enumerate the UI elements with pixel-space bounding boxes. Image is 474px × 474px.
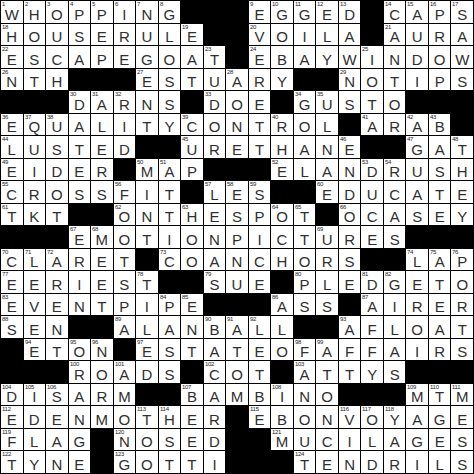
cell[interactable]: E	[24, 271, 46, 293]
cell[interactable]: E	[429, 294, 451, 316]
cell[interactable]: I	[69, 271, 91, 293]
cell[interactable]: A	[429, 316, 451, 338]
cell[interactable]: I	[406, 339, 428, 361]
cell[interactable]: O	[24, 24, 46, 46]
cell[interactable]: 85E	[181, 294, 203, 316]
cell[interactable]: T	[24, 69, 46, 91]
cell[interactable]: 56F	[114, 181, 136, 203]
cell[interactable]: U	[406, 24, 428, 46]
cell[interactable]: D	[361, 451, 383, 473]
cell[interactable]: A	[384, 204, 406, 226]
cell[interactable]: 2H	[24, 1, 46, 23]
cell[interactable]: A	[181, 46, 203, 68]
cell[interactable]: 119F	[1, 429, 23, 451]
cell[interactable]: R	[429, 339, 451, 361]
cell[interactable]: 52E	[271, 159, 293, 181]
cell[interactable]: 69U	[316, 226, 338, 248]
cell[interactable]: R	[114, 24, 136, 46]
cell[interactable]: N	[69, 294, 91, 316]
cell[interactable]: H	[46, 69, 68, 91]
cell[interactable]: R	[384, 451, 406, 473]
cell[interactable]: A	[429, 136, 451, 158]
cell[interactable]: O	[181, 249, 203, 271]
cell[interactable]: T	[181, 69, 203, 91]
cell[interactable]: N	[316, 406, 338, 428]
cell[interactable]: Y	[451, 204, 473, 226]
cell[interactable]: 53D	[361, 159, 383, 181]
cell[interactable]: E	[249, 339, 271, 361]
cell[interactable]: P	[181, 159, 203, 181]
cell[interactable]: U	[46, 24, 68, 46]
cell[interactable]: 21A	[384, 24, 406, 46]
cell[interactable]: 16P	[429, 1, 451, 23]
cell[interactable]: M	[226, 384, 248, 406]
cell[interactable]: R	[69, 249, 91, 271]
cell[interactable]: 120N	[114, 429, 136, 451]
cell[interactable]: 12E	[316, 1, 338, 23]
cell[interactable]: 75A	[429, 249, 451, 271]
cell[interactable]: 55C	[1, 181, 23, 203]
cell[interactable]: 79S	[204, 271, 226, 293]
cell[interactable]: N	[316, 136, 338, 158]
cell[interactable]: N	[226, 249, 248, 271]
cell[interactable]: 43B	[429, 114, 451, 136]
cell[interactable]: 68M	[91, 226, 113, 248]
cell[interactable]: O	[316, 384, 338, 406]
cell[interactable]: O	[159, 46, 181, 68]
cell[interactable]: 9E	[249, 1, 271, 23]
cell[interactable]: 123G	[114, 451, 136, 473]
cell[interactable]: N	[46, 451, 68, 473]
cell[interactable]: O	[91, 361, 113, 383]
cell[interactable]: E	[316, 451, 338, 473]
cell[interactable]: G	[406, 429, 428, 451]
cell[interactable]: I	[249, 226, 271, 248]
cell[interactable]: S	[159, 361, 181, 383]
cell[interactable]: 104D	[1, 384, 23, 406]
cell[interactable]: 15A	[406, 1, 428, 23]
cell[interactable]: S	[46, 136, 68, 158]
cell[interactable]: 19E	[181, 24, 203, 46]
cell[interactable]: U	[24, 136, 46, 158]
cell[interactable]: 5P	[91, 1, 113, 23]
cell[interactable]: 4P	[69, 1, 91, 23]
cell[interactable]: I	[114, 114, 136, 136]
cell[interactable]: 109M	[406, 384, 428, 406]
cell[interactable]: 121M	[271, 429, 293, 451]
cell[interactable]: 13D	[339, 1, 361, 23]
cell[interactable]: 17S	[451, 1, 473, 23]
cell[interactable]: 38U	[46, 114, 68, 136]
cell[interactable]: N	[69, 406, 91, 428]
cell[interactable]: 6I	[114, 1, 136, 23]
cell[interactable]: 7N	[136, 1, 158, 23]
cell[interactable]: E	[91, 24, 113, 46]
cell[interactable]: 66O	[339, 204, 361, 226]
cell[interactable]: 40R	[271, 114, 293, 136]
cell[interactable]: R	[316, 249, 338, 271]
cell[interactable]: 22E	[1, 46, 23, 68]
cell[interactable]: H	[271, 249, 293, 271]
cell[interactable]: D	[204, 429, 226, 451]
cell[interactable]: O	[226, 361, 248, 383]
cell[interactable]: 122T	[1, 451, 23, 473]
cell[interactable]: N	[136, 91, 158, 113]
cell[interactable]: 81D	[361, 271, 383, 293]
cell[interactable]: W	[451, 46, 473, 68]
cell[interactable]: O	[114, 406, 136, 428]
cell[interactable]: R	[384, 114, 406, 136]
cell[interactable]: I	[204, 451, 226, 473]
cell[interactable]: O	[204, 114, 226, 136]
cell[interactable]: K	[24, 204, 46, 226]
cell[interactable]: N	[339, 159, 361, 181]
cell[interactable]: B	[271, 46, 293, 68]
cell[interactable]: 113T	[136, 406, 158, 428]
cell[interactable]: S	[451, 339, 473, 361]
cell[interactable]: A	[316, 159, 338, 181]
cell[interactable]: 70C	[1, 249, 23, 271]
cell[interactable]: G	[136, 46, 158, 68]
cell[interactable]: C	[271, 226, 293, 248]
cell[interactable]: 24E	[249, 46, 271, 68]
cell[interactable]: S	[114, 271, 136, 293]
cell[interactable]: A	[406, 406, 428, 428]
cell[interactable]: S	[294, 294, 316, 316]
cell[interactable]: 76P	[451, 249, 473, 271]
cell[interactable]: 30D	[69, 91, 91, 113]
cell[interactable]: 101A	[114, 361, 136, 383]
cell[interactable]: O	[181, 226, 203, 248]
cell[interactable]: L	[361, 429, 383, 451]
cell[interactable]: 82G	[384, 271, 406, 293]
cell[interactable]: E	[91, 136, 113, 158]
cell[interactable]: 50M	[136, 159, 158, 181]
cell[interactable]: P	[429, 69, 451, 91]
cell[interactable]: 32R	[114, 91, 136, 113]
cell[interactable]: 29N	[339, 69, 361, 91]
cell[interactable]: 26N	[1, 69, 23, 91]
cell[interactable]: O	[136, 451, 158, 473]
cell[interactable]: E	[114, 46, 136, 68]
cell[interactable]: O	[271, 339, 293, 361]
cell[interactable]: E	[429, 204, 451, 226]
cell[interactable]: O	[226, 91, 248, 113]
cell[interactable]: 34G	[294, 91, 316, 113]
cell[interactable]: O	[361, 69, 383, 91]
cell[interactable]: 94E	[24, 339, 46, 361]
cell[interactable]: L	[384, 316, 406, 338]
cell[interactable]: L	[429, 451, 451, 473]
cell[interactable]: E	[249, 271, 271, 293]
cell[interactable]: B	[271, 406, 293, 428]
cell[interactable]: F	[361, 339, 383, 361]
cell[interactable]: 103A	[294, 361, 316, 383]
cell[interactable]: 11G	[294, 1, 316, 23]
cell[interactable]: 27E	[136, 69, 158, 91]
cell[interactable]: S	[451, 69, 473, 91]
cell[interactable]: D	[114, 136, 136, 158]
cell[interactable]: U	[136, 24, 158, 46]
cell[interactable]: 91A	[226, 316, 248, 338]
cell[interactable]: B	[249, 384, 271, 406]
cell[interactable]: Y	[316, 46, 338, 68]
cell[interactable]: 57L	[204, 181, 226, 203]
cell[interactable]: 110T	[429, 384, 451, 406]
cell[interactable]: 1W	[1, 1, 23, 23]
cell[interactable]: S	[384, 361, 406, 383]
cell[interactable]: T	[429, 181, 451, 203]
cell[interactable]: G	[429, 406, 451, 428]
cell[interactable]: T	[226, 339, 248, 361]
cell[interactable]: A	[46, 429, 68, 451]
cell[interactable]: 51A	[159, 159, 181, 181]
cell[interactable]: 42A	[406, 114, 428, 136]
cell[interactable]: A	[204, 384, 226, 406]
cell[interactable]: A	[204, 339, 226, 361]
cell[interactable]: V	[24, 294, 46, 316]
cell[interactable]: T	[451, 316, 473, 338]
cell[interactable]: I	[136, 294, 158, 316]
cell[interactable]: S	[384, 226, 406, 248]
cell[interactable]: O	[294, 114, 316, 136]
cell[interactable]: A	[159, 316, 181, 338]
cell[interactable]: 63H	[181, 204, 203, 226]
cell[interactable]: E	[46, 294, 68, 316]
cell[interactable]: S	[226, 204, 248, 226]
cell[interactable]: R	[451, 294, 473, 316]
cell[interactable]: E	[181, 429, 203, 451]
cell[interactable]: N	[204, 226, 226, 248]
cell[interactable]: E	[226, 136, 248, 158]
cell[interactable]: 64O	[271, 204, 293, 226]
cell[interactable]: U	[294, 429, 316, 451]
cell[interactable]: N	[46, 316, 68, 338]
cell[interactable]: 3O	[46, 1, 68, 23]
cell[interactable]: 108I	[271, 384, 293, 406]
cell[interactable]: E	[339, 271, 361, 293]
cell[interactable]: T	[159, 451, 181, 473]
cell[interactable]: O	[271, 24, 293, 46]
cell[interactable]: T	[159, 204, 181, 226]
cell[interactable]: I	[136, 181, 158, 203]
cell[interactable]: 111M	[451, 384, 473, 406]
cell[interactable]: 28A	[226, 69, 248, 91]
cell[interactable]: 100R	[69, 361, 91, 383]
cell[interactable]: I	[294, 24, 316, 46]
cell[interactable]: T	[114, 249, 136, 271]
cell[interactable]: E	[451, 406, 473, 428]
cell[interactable]: R	[429, 24, 451, 46]
cell[interactable]: 65T	[294, 204, 316, 226]
cell[interactable]: 84P	[159, 294, 181, 316]
cell[interactable]: H	[451, 159, 473, 181]
cell[interactable]: T	[136, 114, 158, 136]
cell[interactable]: 47G	[406, 136, 428, 158]
cell[interactable]: 23T	[204, 46, 226, 68]
cell[interactable]: 86A	[271, 294, 293, 316]
cell[interactable]: E	[429, 429, 451, 451]
cell[interactable]: A	[294, 46, 316, 68]
cell[interactable]: U	[406, 159, 428, 181]
cell[interactable]: O	[406, 316, 428, 338]
cell[interactable]: S	[451, 429, 473, 451]
cell[interactable]: L	[316, 271, 338, 293]
cell[interactable]: I	[24, 159, 46, 181]
cell[interactable]: 88S	[1, 316, 23, 338]
cell[interactable]: N	[181, 316, 203, 338]
cell[interactable]: T	[69, 136, 91, 158]
cell[interactable]: 77E	[1, 271, 23, 293]
cell[interactable]: 98F	[294, 339, 316, 361]
cell[interactable]: O	[294, 249, 316, 271]
cell[interactable]: E	[69, 451, 91, 473]
cell[interactable]: F	[339, 339, 361, 361]
cell[interactable]: 60E	[316, 181, 338, 203]
cell[interactable]: 35U	[316, 91, 338, 113]
cell[interactable]: T	[384, 69, 406, 91]
cell[interactable]: C	[249, 249, 271, 271]
cell[interactable]: P	[249, 204, 271, 226]
cell[interactable]: E	[249, 91, 271, 113]
cell[interactable]: A	[384, 339, 406, 361]
cell[interactable]: C	[46, 46, 68, 68]
cell[interactable]: 97E	[136, 339, 158, 361]
cell[interactable]: 114H	[159, 406, 181, 428]
cell[interactable]: S	[159, 69, 181, 91]
cell[interactable]: I	[406, 451, 428, 473]
cell[interactable]: I	[406, 69, 428, 91]
cell[interactable]: T	[46, 204, 68, 226]
cell[interactable]: 59S	[249, 181, 271, 203]
cell[interactable]: 33D	[204, 91, 226, 113]
cell[interactable]: T	[361, 91, 383, 113]
cell[interactable]: S	[91, 181, 113, 203]
cell[interactable]: 14C	[384, 1, 406, 23]
cell[interactable]: T	[91, 294, 113, 316]
cell[interactable]: E	[181, 406, 203, 428]
cell[interactable]: 71L	[24, 249, 46, 271]
cell[interactable]: A	[69, 384, 91, 406]
cell[interactable]: E	[361, 226, 383, 248]
cell[interactable]: I	[339, 429, 361, 451]
cell[interactable]: C	[384, 181, 406, 203]
cell[interactable]: U	[204, 69, 226, 91]
cell[interactable]: 115E	[249, 406, 271, 428]
cell[interactable]: 105I	[24, 384, 46, 406]
cell[interactable]: S	[69, 181, 91, 203]
cell[interactable]: E	[69, 159, 91, 181]
cell[interactable]: W	[339, 46, 361, 68]
cell[interactable]: 58E	[226, 181, 248, 203]
cell[interactable]: 124T	[294, 451, 316, 473]
cell[interactable]: O	[46, 181, 68, 203]
cell[interactable]: O	[451, 271, 473, 293]
cell[interactable]: 48T	[451, 136, 473, 158]
cell[interactable]: 73C	[159, 249, 181, 271]
cell[interactable]: H	[271, 136, 293, 158]
cell[interactable]: U	[226, 271, 248, 293]
cell[interactable]: R	[339, 226, 361, 248]
cell[interactable]: T	[46, 339, 68, 361]
cell[interactable]: R	[249, 69, 271, 91]
cell[interactable]: T	[429, 271, 451, 293]
cell[interactable]: F	[361, 316, 383, 338]
cell[interactable]: 112E	[1, 406, 23, 428]
cell[interactable]: L	[271, 316, 293, 338]
cell[interactable]: C	[361, 204, 383, 226]
cell[interactable]: 83E	[1, 294, 23, 316]
cell[interactable]: A	[384, 429, 406, 451]
cell[interactable]: L	[316, 114, 338, 136]
cell[interactable]: R	[91, 384, 113, 406]
cell[interactable]: A	[339, 24, 361, 46]
cell[interactable]: T	[136, 226, 158, 248]
cell[interactable]: E	[46, 406, 68, 428]
cell[interactable]: 74L	[406, 249, 428, 271]
cell[interactable]: 99A	[316, 339, 338, 361]
cell[interactable]: L	[316, 24, 338, 46]
cell[interactable]: P	[114, 294, 136, 316]
cell[interactable]: S	[159, 91, 181, 113]
cell[interactable]: A	[294, 136, 316, 158]
cell[interactable]: S	[339, 249, 361, 271]
cell[interactable]: T	[249, 136, 271, 158]
cell[interactable]: 106S	[46, 384, 68, 406]
cell[interactable]: D	[406, 46, 428, 68]
cell[interactable]: A	[406, 181, 428, 203]
cell[interactable]: 61T	[1, 204, 23, 226]
cell[interactable]: T	[294, 226, 316, 248]
cell[interactable]: P	[91, 46, 113, 68]
cell[interactable]: 37Q	[24, 114, 46, 136]
cell[interactable]: L	[24, 429, 46, 451]
cell[interactable]: A	[69, 114, 91, 136]
cell[interactable]: A	[204, 249, 226, 271]
cell[interactable]: S	[406, 204, 428, 226]
cell[interactable]: S	[429, 159, 451, 181]
cell[interactable]: Y	[24, 451, 46, 473]
cell[interactable]: 80P	[294, 271, 316, 293]
cell[interactable]: 90B	[204, 316, 226, 338]
cell[interactable]: 45U	[181, 136, 203, 158]
cell[interactable]: 39C	[181, 114, 203, 136]
cell[interactable]: 117O	[361, 406, 383, 428]
cell[interactable]: S	[451, 451, 473, 473]
cell[interactable]: 95O	[69, 339, 91, 361]
cell[interactable]: N	[136, 204, 158, 226]
cell[interactable]: S	[159, 339, 181, 361]
cell[interactable]: O	[384, 91, 406, 113]
cell[interactable]: T	[249, 114, 271, 136]
cell[interactable]: 116V	[339, 406, 361, 428]
cell[interactable]: 96N	[91, 339, 113, 361]
cell[interactable]: 31A	[91, 91, 113, 113]
cell[interactable]: D	[136, 361, 158, 383]
cell[interactable]: R	[204, 136, 226, 158]
cell[interactable]: C	[316, 429, 338, 451]
cell[interactable]: 49E	[1, 159, 23, 181]
cell[interactable]: T	[316, 361, 338, 383]
cell[interactable]: 10G	[271, 1, 293, 23]
cell[interactable]: A	[69, 46, 91, 68]
cell[interactable]: 92L	[249, 316, 271, 338]
cell[interactable]: Y	[361, 361, 383, 383]
cell[interactable]: A	[451, 24, 473, 46]
cell[interactable]: L	[159, 24, 181, 46]
cell[interactable]: 93A	[339, 316, 361, 338]
cell[interactable]: 118Y	[384, 406, 406, 428]
